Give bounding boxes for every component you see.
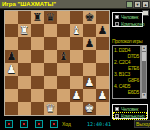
square-b5[interactable] (18, 50, 31, 63)
square-g5[interactable] (83, 50, 96, 63)
square-g2[interactable] (83, 89, 96, 102)
square-c2[interactable] (31, 89, 44, 102)
player-label: Компьютер (121, 21, 144, 27)
maximize-button[interactable]: ▲ (142, 1, 149, 8)
minimize-button[interactable]: ▼ (134, 1, 141, 8)
square-d8[interactable]: ♛ (44, 11, 57, 24)
square-c8[interactable]: ♜ (31, 11, 44, 24)
white-queen: ♛ (46, 102, 56, 115)
square-b4[interactable] (18, 63, 31, 76)
square-f6[interactable] (70, 37, 83, 50)
white-piece-icon (115, 107, 119, 111)
white-pawn: ♟ (72, 89, 82, 102)
square-c3[interactable] (31, 76, 44, 89)
white-pawn: ♟ (85, 76, 95, 89)
square-d2[interactable] (44, 89, 57, 102)
square-f5[interactable] (70, 50, 83, 63)
square-h7[interactable]: ♟ (96, 24, 109, 37)
scroll-down-icon[interactable]: ▼ (142, 93, 146, 98)
square-f1[interactable] (70, 102, 83, 115)
player-row-computer[interactable]: Компьютер (114, 21, 141, 27)
white-bishop: ♝ (72, 24, 82, 37)
square-f7[interactable]: ♝ (70, 24, 83, 37)
window-title: Игра "ШАХМАТЫ" (0, 0, 56, 9)
move-status-label: Ход (62, 121, 71, 127)
square-h8[interactable] (96, 11, 109, 24)
toolbar-button-3[interactable] (35, 120, 43, 128)
square-e7[interactable] (57, 24, 70, 37)
move-list-scrollbar[interactable]: ▲ ▼ (141, 45, 147, 99)
move-list[interactable]: 1. D2D4D7D52. C2C4E7E63. B1C3G8F64. C4D5… (112, 45, 141, 99)
square-e5[interactable]: ♝ (57, 50, 70, 63)
square-b7[interactable]: ♜ (18, 24, 31, 37)
square-f4[interactable] (70, 63, 83, 76)
square-h1[interactable] (96, 102, 109, 115)
square-c6[interactable] (31, 37, 44, 50)
square-g3[interactable]: ♟ (83, 76, 96, 89)
black-piece-icon (115, 114, 119, 118)
toolbar-button-2[interactable] (20, 120, 28, 128)
square-d7[interactable] (44, 24, 57, 37)
square-f8[interactable] (70, 11, 83, 24)
square-b3[interactable] (18, 76, 31, 89)
square-g4[interactable] (83, 63, 96, 76)
white-pawn: ♟ (7, 63, 17, 76)
square-a5[interactable]: ♟ (5, 50, 18, 63)
square-b8[interactable] (18, 11, 31, 24)
square-a1[interactable] (5, 102, 18, 115)
square-d5[interactable] (44, 50, 57, 63)
chess-board: ♜♛♚♜♝♟♟♟♝♟♟♟♟♛♚ (4, 10, 110, 116)
square-a3[interactable] (5, 76, 18, 89)
player-label: Человек (121, 14, 138, 20)
player-label: Человек (121, 106, 138, 112)
exit-button[interactable]: Выход (134, 120, 150, 128)
square-c7[interactable] (31, 24, 44, 37)
white-pawn: ♟ (98, 89, 108, 102)
game-clock: 12:40:41 (87, 121, 111, 127)
square-g8[interactable]: ♚ (83, 11, 96, 24)
square-c5[interactable] (31, 50, 44, 63)
square-g1[interactable]: ♚ (83, 102, 96, 115)
toolbar-button-1[interactable] (5, 120, 13, 128)
white-piece-icon (115, 15, 119, 19)
player-label: Компьютер (121, 113, 144, 119)
square-a4[interactable]: ♟ (5, 63, 18, 76)
panel-toggle-button[interactable] (142, 10, 149, 16)
toolbar-button-4[interactable] (50, 120, 58, 128)
square-a6[interactable] (5, 37, 18, 50)
black-pawn: ♟ (98, 24, 108, 37)
square-e3[interactable] (57, 76, 70, 89)
square-d6[interactable] (44, 37, 57, 50)
system-menu-button[interactable] (126, 1, 133, 8)
black-bishop: ♝ (59, 50, 69, 63)
square-h4[interactable] (96, 63, 109, 76)
scroll-up-icon[interactable]: ▲ (142, 46, 146, 51)
square-h3[interactable] (96, 76, 109, 89)
square-h6[interactable] (96, 37, 109, 50)
player-row-human[interactable]: Человек (114, 106, 146, 112)
square-e6[interactable] (57, 37, 70, 50)
black-king: ♚ (85, 11, 95, 24)
square-g6[interactable]: ♟ (83, 37, 96, 50)
white-rook: ♜ (20, 24, 30, 37)
player-row-human[interactable]: Человек (114, 14, 141, 20)
scrollbar-thumb[interactable] (142, 52, 146, 61)
square-h5[interactable] (96, 50, 109, 63)
square-e2[interactable] (57, 89, 70, 102)
black-rook: ♜ (33, 11, 43, 24)
square-b1[interactable] (18, 102, 31, 115)
square-e8[interactable] (57, 11, 70, 24)
white-king: ♚ (85, 102, 95, 115)
square-f3[interactable] (70, 76, 83, 89)
players-panel-top: Человек Компьютер (112, 12, 143, 27)
black-queen: ♛ (46, 11, 56, 24)
square-c4[interactable] (31, 63, 44, 76)
square-h2[interactable]: ♟ (96, 89, 109, 102)
square-f2[interactable]: ♟ (70, 89, 83, 102)
protocol-label: Протокол игры (112, 38, 142, 44)
square-a7[interactable] (5, 24, 18, 37)
square-a8[interactable] (5, 11, 18, 24)
black-piece-icon (115, 22, 119, 26)
square-b6[interactable] (18, 37, 31, 50)
square-e4[interactable] (57, 63, 70, 76)
square-d1[interactable]: ♛ (44, 102, 57, 115)
square-e1[interactable] (57, 102, 70, 115)
square-g7[interactable] (83, 24, 96, 37)
players-panel-bottom: Человек Компьютер (112, 104, 148, 119)
black-pawn: ♟ (7, 50, 17, 63)
square-d3[interactable] (44, 76, 57, 89)
square-d4[interactable] (44, 63, 57, 76)
square-b2[interactable] (18, 89, 31, 102)
square-a2[interactable] (5, 89, 18, 102)
move-entry[interactable]: E6D5 (114, 89, 139, 95)
square-c1[interactable] (31, 102, 44, 115)
black-pawn: ♟ (85, 37, 95, 50)
title-bar[interactable]: Игра "ШАХМАТЫ" ▼ ▲ (0, 0, 150, 9)
player-row-computer[interactable]: Компьютер (114, 113, 146, 119)
